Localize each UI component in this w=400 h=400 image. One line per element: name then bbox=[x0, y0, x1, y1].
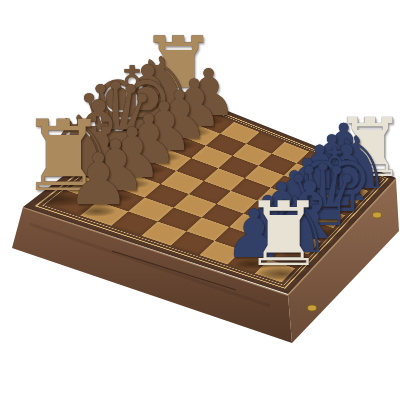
pieces-layer: ♜♟♞♟♝♟♚♟♛♟♝♟♟♜♟♞♞♟♟♜♝♟♟♚♟♛♟♝♟♞♟♜ bbox=[0, 0, 400, 400]
chess-set-photo: ♜♟♞♟♝♟♚♟♛♟♝♟♟♜♟♞♞♟♟♜♝♟♟♚♟♛♟♝♟♞♟♜ bbox=[0, 0, 400, 400]
piece-white-pawn: ♟ bbox=[99, 211, 163, 282]
piece-black-rook: ♜ bbox=[284, 274, 364, 363]
